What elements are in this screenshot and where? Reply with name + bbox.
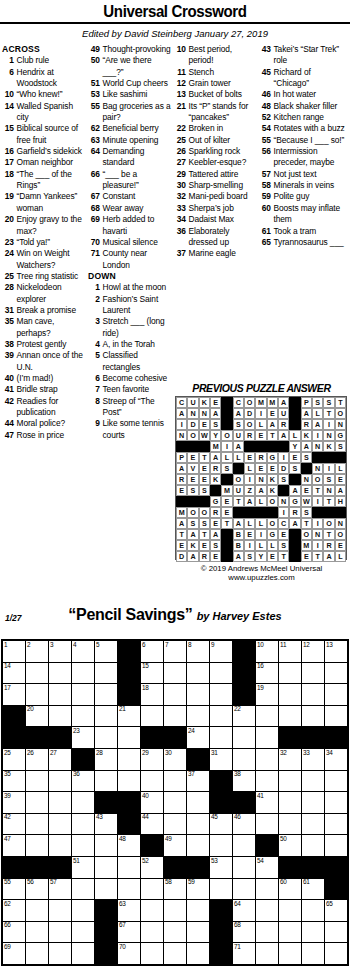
- cell-r14c7[interactable]: [141, 922, 163, 943]
- prev-cell-r2c9: E: [267, 408, 278, 419]
- prev-cell-r7c10: D: [278, 463, 289, 474]
- cell-r8c2[interactable]: [26, 792, 48, 813]
- prev-cell-r7c3: E: [199, 463, 210, 474]
- cell-r8c15[interactable]: [325, 792, 347, 813]
- clue-down-9: 9Like some tennis courts: [88, 418, 172, 441]
- cell-r15c4[interactable]: [72, 943, 94, 964]
- cell-number: 35: [4, 770, 11, 778]
- clue-number: 45: [259, 67, 274, 90]
- cell-number: 1: [4, 641, 7, 649]
- cell-r9c10[interactable]: 45: [210, 814, 232, 835]
- cell-r9c4[interactable]: [72, 814, 94, 835]
- cell-r10c11[interactable]: [233, 835, 255, 856]
- cell-r5c14: [302, 727, 324, 748]
- cell-r2c5[interactable]: [95, 663, 117, 684]
- cell-r3c14[interactable]: [302, 684, 324, 705]
- clue-text: (I’m mad!): [17, 373, 87, 384]
- prev-cell-r13c5: [221, 529, 232, 540]
- cell-r1c13[interactable]: 11: [279, 641, 301, 662]
- cell-r4c13[interactable]: [279, 706, 301, 727]
- cell-r10c3[interactable]: [49, 835, 71, 856]
- cell-r7c2[interactable]: [26, 771, 48, 792]
- clue-number: 8: [88, 396, 103, 419]
- prev-cell-r5c10: [278, 441, 289, 452]
- cell-r13c14[interactable]: [302, 900, 324, 921]
- prev-cell-r3c15: N: [335, 419, 346, 430]
- cell-r8c5: [95, 792, 117, 813]
- prev-cell-r9c8: A: [255, 485, 266, 496]
- cell-r12c6[interactable]: [118, 879, 140, 900]
- cell-r14c12[interactable]: [256, 922, 278, 943]
- cell-r14c4[interactable]: [72, 922, 94, 943]
- cell-r1c14[interactable]: 12: [302, 641, 324, 662]
- cell-r4c7[interactable]: [141, 706, 163, 727]
- cell-r10c15[interactable]: [325, 835, 347, 856]
- cell-r7c15[interactable]: [325, 771, 347, 792]
- prev-cell-r11c2: O: [187, 507, 198, 518]
- cell-r1c8[interactable]: 7: [164, 641, 186, 662]
- cell-r1c12[interactable]: 10: [256, 641, 278, 662]
- cell-r7c5[interactable]: [95, 771, 117, 792]
- cell-r5c1: [3, 727, 25, 748]
- cell-r12c1[interactable]: 55: [3, 879, 25, 900]
- cell-r15c12[interactable]: [256, 943, 278, 964]
- clue-text: Intermission preceder, maybe: [274, 146, 349, 169]
- cell-number: 22: [234, 705, 241, 713]
- clue-number: 25: [2, 271, 17, 282]
- cell-r8c14[interactable]: [302, 792, 324, 813]
- clue-down-45: 45Richard of “Chicago”: [259, 67, 348, 90]
- cell-r11c9: [187, 857, 209, 878]
- cell-number: 4: [73, 641, 76, 649]
- cell-r5c11[interactable]: [233, 727, 255, 748]
- cell-r12c9[interactable]: 59: [187, 879, 209, 900]
- clue-across-68: 68Wear away: [88, 203, 172, 214]
- cell-r8c12[interactable]: 41: [256, 792, 278, 813]
- cell-r9c7[interactable]: 44: [141, 814, 163, 835]
- clue-across-19: 19“Damn Yankees” woman: [2, 191, 86, 214]
- prev-cell-r9c9: K: [267, 485, 278, 496]
- cell-r13c8[interactable]: [164, 900, 186, 921]
- cell-r1c2[interactable]: 2: [26, 641, 48, 662]
- cell-r10c4[interactable]: [72, 835, 94, 856]
- cell-r3c12[interactable]: 19: [256, 684, 278, 705]
- cell-r13c6[interactable]: 63: [118, 900, 140, 921]
- cell-r5c5[interactable]: [95, 727, 117, 748]
- cell-r7c3[interactable]: [49, 771, 71, 792]
- cell-r2c15[interactable]: [325, 663, 347, 684]
- cell-r6c6[interactable]: [118, 749, 140, 770]
- cell-r2c13[interactable]: [279, 663, 301, 684]
- cell-r3c4[interactable]: [72, 684, 94, 705]
- cell-r1c7[interactable]: 6: [141, 641, 163, 662]
- cell-r9c3[interactable]: [49, 814, 71, 835]
- cell-r4c14[interactable]: [302, 706, 324, 727]
- prev-cell-r10c1: [176, 496, 187, 507]
- cell-r1c1[interactable]: 1: [3, 641, 25, 662]
- cell-r14c14[interactable]: [302, 922, 324, 943]
- cell-r10c9[interactable]: [187, 835, 209, 856]
- cell-r4c6[interactable]: 21: [118, 706, 140, 727]
- cell-r5c4[interactable]: 23: [72, 727, 94, 748]
- clue-text: Bag groceries as a pair?: [103, 101, 173, 124]
- cell-r8c1[interactable]: 39: [3, 792, 25, 813]
- cell-r2c7[interactable]: 15: [141, 663, 163, 684]
- cell-r12c2[interactable]: 56: [26, 879, 48, 900]
- cell-number: 6: [142, 641, 145, 649]
- cell-r4c15[interactable]: [325, 706, 347, 727]
- prev-cell-r13c4: A: [210, 529, 221, 540]
- clue-number: 11: [174, 67, 189, 78]
- cell-r2c2[interactable]: [26, 663, 48, 684]
- cell-r8c9[interactable]: [187, 792, 209, 813]
- cell-r6c2[interactable]: 26: [26, 749, 48, 770]
- prev-cell-r11c12: S: [301, 507, 312, 518]
- cell-r11c11[interactable]: [233, 857, 255, 878]
- cell-r3c9[interactable]: [187, 684, 209, 705]
- clue-down-46: 46In hot water: [259, 89, 348, 100]
- cell-r11c7[interactable]: 52: [141, 857, 163, 878]
- prev-cell-r11c13: [312, 507, 323, 518]
- clue-down-4: 4A, in the Torah: [88, 339, 172, 350]
- cell-r7c11[interactable]: 38: [233, 771, 255, 792]
- prev-cell-r13c6: B: [233, 529, 244, 540]
- cell-r12c10[interactable]: [210, 879, 232, 900]
- cell-r10c14[interactable]: [302, 835, 324, 856]
- prev-cell-r3c5: [221, 419, 232, 430]
- cell-r1c11: [233, 641, 255, 662]
- cell-r15c6[interactable]: 70: [118, 943, 140, 964]
- cell-r3c10[interactable]: [210, 684, 232, 705]
- cell-r14c13[interactable]: [279, 922, 301, 943]
- cell-r2c3[interactable]: [49, 663, 71, 684]
- cell-r13c12[interactable]: [256, 900, 278, 921]
- cell-r15c9[interactable]: [187, 943, 209, 964]
- cell-r15c3[interactable]: [49, 943, 71, 964]
- cell-r9c11[interactable]: 46: [233, 814, 255, 835]
- cell-r15c13[interactable]: [279, 943, 301, 964]
- cell-r3c3[interactable]: [49, 684, 71, 705]
- cell-r11c15: [325, 857, 347, 878]
- cell-r12c13[interactable]: 60: [279, 879, 301, 900]
- cell-r9c12[interactable]: [256, 814, 278, 835]
- cell-r4c5[interactable]: [95, 706, 117, 727]
- prev-cell-r13c2: A: [187, 529, 198, 540]
- prev-cell-r9c2: S: [187, 485, 198, 496]
- prev-cell-r12c10: C: [278, 518, 289, 529]
- cell-r2c8[interactable]: [164, 663, 186, 684]
- cell-r9c8[interactable]: [164, 814, 186, 835]
- cell-r5c9[interactable]: 24: [187, 727, 209, 748]
- clue-text: Annan once of the U.N.: [17, 350, 87, 373]
- clue-across-17: 17Oman neighbor: [2, 157, 86, 168]
- cell-r10c13[interactable]: 50: [279, 835, 301, 856]
- cell-r6c7[interactable]: 29: [141, 749, 163, 770]
- cell-r4c12[interactable]: [256, 706, 278, 727]
- clue-number: 58: [259, 180, 274, 191]
- prev-cell-r3c9: A: [267, 419, 278, 430]
- clue-number: 30: [174, 180, 189, 191]
- cell-r12c5[interactable]: [95, 879, 117, 900]
- cell-r13c4[interactable]: [72, 900, 94, 921]
- cell-r11c10[interactable]: 53: [210, 857, 232, 878]
- cell-r14c2[interactable]: [26, 922, 48, 943]
- cell-r11c6[interactable]: [118, 857, 140, 878]
- cell-r7c13[interactable]: [279, 771, 301, 792]
- cell-r15c7[interactable]: [141, 943, 163, 964]
- cell-r7c8[interactable]: [164, 771, 186, 792]
- clue-number: 65: [259, 237, 274, 248]
- prev-cell-r1c1: C: [176, 397, 187, 408]
- cell-r4c3[interactable]: [49, 706, 71, 727]
- cell-r10c5[interactable]: [95, 835, 117, 856]
- cell-r7c4[interactable]: 36: [72, 771, 94, 792]
- clue-down-10: 10Best period, period!: [174, 44, 257, 67]
- cell-r5c3: [49, 727, 71, 748]
- cell-number: 15: [142, 662, 149, 670]
- cell-r3c5[interactable]: [95, 684, 117, 705]
- cell-r3c13[interactable]: [279, 684, 301, 705]
- cell-r10c8[interactable]: 49: [164, 835, 186, 856]
- cell-r4c8[interactable]: [164, 706, 186, 727]
- cell-r1c4[interactable]: 4: [72, 641, 94, 662]
- cell-r11c13: [279, 857, 301, 878]
- prev-cell-r1c10: A: [278, 397, 289, 408]
- cell-r14c5: [95, 922, 117, 943]
- cell-r5c12[interactable]: [256, 727, 278, 748]
- cell-r8c8[interactable]: [164, 792, 186, 813]
- cell-r13c13[interactable]: [279, 900, 301, 921]
- cell-r12c11[interactable]: [233, 879, 255, 900]
- prev-cell-r14c11: [289, 540, 300, 551]
- cell-r5c10[interactable]: [210, 727, 232, 748]
- cell-r4c10[interactable]: [210, 706, 232, 727]
- cell-r6c5[interactable]: 28: [95, 749, 117, 770]
- cell-r11c5[interactable]: [95, 857, 117, 878]
- cell-r14c8[interactable]: [164, 922, 186, 943]
- prev-cell-r12c4: E: [210, 518, 221, 529]
- clue-text: Tyrannosaurus ___: [274, 237, 349, 248]
- cell-r9c9[interactable]: [187, 814, 209, 835]
- header-rule: [0, 22, 350, 24]
- cell-r10c2[interactable]: [26, 835, 48, 856]
- clue-number: 39: [2, 350, 17, 373]
- cell-r9c1[interactable]: 42: [3, 814, 25, 835]
- cell-r8c10: [210, 792, 232, 813]
- prev-cell-r7c11: S: [289, 463, 300, 474]
- clue-text: In hot water: [274, 89, 349, 100]
- prev-cell-r11c4: R: [210, 507, 221, 518]
- prev-cell-r4c8: E: [255, 430, 266, 441]
- cell-r5c6[interactable]: [118, 727, 140, 748]
- clue-down-12: 12Grain tower: [174, 78, 257, 89]
- cell-r7c7[interactable]: [141, 771, 163, 792]
- clue-number: 33: [174, 203, 189, 214]
- cell-r4c4[interactable]: [72, 706, 94, 727]
- cell-r14c1[interactable]: 66: [3, 922, 25, 943]
- prev-cell-r4c14: N: [323, 430, 334, 441]
- cell-r4c11[interactable]: 22: [233, 706, 255, 727]
- cell-r9c15[interactable]: [325, 814, 347, 835]
- cell-number: 60: [280, 878, 287, 886]
- cell-r15c14[interactable]: [302, 943, 324, 964]
- cell-r2c4[interactable]: [72, 663, 94, 684]
- cell-r7c14[interactable]: [302, 771, 324, 792]
- cell-r14c6[interactable]: 67: [118, 922, 140, 943]
- cell-r6c14[interactable]: 33: [302, 749, 324, 770]
- clue-down-33: 33Sherpa’s job: [174, 203, 257, 214]
- cell-r6c12[interactable]: [256, 749, 278, 770]
- cell-r13c2[interactable]: [26, 900, 48, 921]
- cell-number: 7: [165, 641, 168, 649]
- cell-r2c9[interactable]: [187, 663, 209, 684]
- cell-number: 51: [73, 857, 80, 865]
- cell-r12c12[interactable]: [256, 879, 278, 900]
- cell-r11c8: [164, 857, 186, 878]
- prev-cell-r5c4: M: [210, 441, 221, 452]
- prev-cell-r5c14: K: [323, 441, 334, 452]
- cell-r6c13[interactable]: 32: [279, 749, 301, 770]
- clue-number: 52: [259, 112, 274, 123]
- clue-across-15: 15Biblical source of free fruit: [2, 123, 86, 146]
- prev-cell-r1c6: C: [233, 397, 244, 408]
- byline: Edited by David Steinberg January 27, 20…: [0, 28, 350, 39]
- cell-r13c1[interactable]: 62: [3, 900, 25, 921]
- clue-number: 60: [259, 203, 274, 226]
- cell-r3c15[interactable]: [325, 684, 347, 705]
- cell-r3c1[interactable]: 17: [3, 684, 25, 705]
- prev-cell-r10c15: H: [335, 496, 346, 507]
- cell-r13c9[interactable]: [187, 900, 209, 921]
- cell-r6c8[interactable]: 30: [164, 749, 186, 770]
- cell-r6c11[interactable]: [233, 749, 255, 770]
- cell-r1c5[interactable]: 5: [95, 641, 117, 662]
- prev-cell-r8c8: N: [255, 474, 266, 485]
- cell-r15c15[interactable]: [325, 943, 347, 964]
- prev-cell-r7c8: E: [255, 463, 266, 474]
- cell-r7c12[interactable]: [256, 771, 278, 792]
- prev-cell-r1c8: M: [255, 397, 266, 408]
- cell-r8c7[interactable]: 40: [141, 792, 163, 813]
- cell-r1c15[interactable]: 13: [325, 641, 347, 662]
- prev-cell-r5c12: A: [301, 441, 312, 452]
- cell-r13c7[interactable]: [141, 900, 163, 921]
- clue-number: 18: [2, 169, 17, 192]
- puzzle-title-row: “Pencil Savings” by Harvey Estes: [0, 606, 350, 624]
- cell-r4c2[interactable]: 20: [26, 706, 48, 727]
- cell-r12c8[interactable]: 58: [164, 879, 186, 900]
- cell-r13c11[interactable]: 64: [233, 900, 255, 921]
- cell-r9c14[interactable]: [302, 814, 324, 835]
- prev-cell-r15c8: Y: [255, 551, 266, 562]
- clue-text: Thought-provoking: [103, 44, 173, 55]
- cell-r7c9[interactable]: 37: [187, 771, 209, 792]
- prev-cell-r15c5: [221, 551, 232, 562]
- cell-r8c13[interactable]: [279, 792, 301, 813]
- cell-r12c7[interactable]: [141, 879, 163, 900]
- cell-r1c3[interactable]: 3: [49, 641, 71, 662]
- clue-number: 17: [2, 157, 17, 168]
- prev-cell-r6c6: L: [233, 452, 244, 463]
- cell-r12c4[interactable]: [72, 879, 94, 900]
- cell-r3c2[interactable]: [26, 684, 48, 705]
- cell-r14c3[interactable]: [49, 922, 71, 943]
- prev-cell-r10c11: G: [289, 496, 300, 507]
- cell-r2c14[interactable]: [302, 663, 324, 684]
- prev-cell-r1c13: S: [312, 397, 323, 408]
- cell-number: 48: [119, 835, 126, 843]
- cell-r14c11[interactable]: 68: [233, 922, 255, 943]
- cell-r8c3[interactable]: [49, 792, 71, 813]
- cell-r11c4[interactable]: 51: [72, 857, 94, 878]
- cell-r15c1[interactable]: 69: [3, 943, 25, 964]
- cell-r12c3[interactable]: 57: [49, 879, 71, 900]
- cell-r2c1[interactable]: 14: [3, 663, 25, 684]
- cell-r3c7[interactable]: 18: [141, 684, 163, 705]
- cell-r7c1[interactable]: 35: [3, 771, 25, 792]
- cell-r15c2[interactable]: [26, 943, 48, 964]
- cell-r15c11[interactable]: 71: [233, 943, 255, 964]
- prev-cell-r12c2: S: [187, 518, 198, 529]
- cell-r10c1[interactable]: 47: [3, 835, 25, 856]
- prev-cell-r7c2: V: [187, 463, 198, 474]
- cell-r8c4[interactable]: [72, 792, 94, 813]
- cell-r9c13[interactable]: [279, 814, 301, 835]
- prev-cell-r11c9: [267, 507, 278, 518]
- cell-r11c2: [26, 857, 48, 878]
- prev-cell-r8c12: N: [301, 474, 312, 485]
- clue-text: Nickelodeon explorer: [17, 282, 87, 305]
- prev-cell-r1c9: M: [267, 397, 278, 408]
- prev-cell-r8c14: S: [323, 474, 334, 485]
- cell-r13c15[interactable]: 65: [325, 900, 347, 921]
- clue-number: 48: [259, 101, 274, 112]
- clue-across-51: 51World Cup cheers: [88, 78, 172, 89]
- cell-r3c8[interactable]: [164, 684, 186, 705]
- cell-number: 39: [4, 792, 11, 800]
- cell-r15c8[interactable]: [164, 943, 186, 964]
- cell-r1c10[interactable]: 9: [210, 641, 232, 662]
- cell-r6c1[interactable]: 25: [3, 749, 25, 770]
- cell-r11c12[interactable]: 54: [256, 857, 278, 878]
- cell-r9c2[interactable]: [26, 814, 48, 835]
- cell-r14c15[interactable]: [325, 922, 347, 943]
- prev-cell-r6c3: T: [199, 452, 210, 463]
- clue-number: 12: [174, 78, 189, 89]
- cell-r6c10[interactable]: 31: [210, 749, 232, 770]
- cell-number: 54: [257, 857, 264, 865]
- cell-number: 71: [234, 943, 241, 951]
- cell-r12c14[interactable]: 61: [302, 879, 324, 900]
- cell-r6c3[interactable]: 27: [49, 749, 71, 770]
- prev-cell-r15c4: E: [210, 551, 221, 562]
- cell-r2c10[interactable]: [210, 663, 232, 684]
- cell-r1c9[interactable]: 8: [187, 641, 209, 662]
- prev-cell-r6c4: A: [210, 452, 221, 463]
- cell-r3c6: [118, 684, 140, 705]
- clue-column-1: ACROSS1Club rule6Hendrix at Woodstock10“…: [2, 44, 86, 441]
- clue-down-26: 26Sparkling rock: [174, 146, 257, 157]
- cell-r9c5[interactable]: 43: [95, 814, 117, 835]
- cell-r7c6[interactable]: [118, 771, 140, 792]
- cell-r10c6[interactable]: 48: [118, 835, 140, 856]
- cell-r13c3[interactable]: [49, 900, 71, 921]
- cell-r6c15[interactable]: 34: [325, 749, 347, 770]
- cell-r2c12[interactable]: 16: [256, 663, 278, 684]
- cell-r4c9[interactable]: [187, 706, 209, 727]
- cell-r14c9[interactable]: [187, 922, 209, 943]
- cell-r10c10[interactable]: [210, 835, 232, 856]
